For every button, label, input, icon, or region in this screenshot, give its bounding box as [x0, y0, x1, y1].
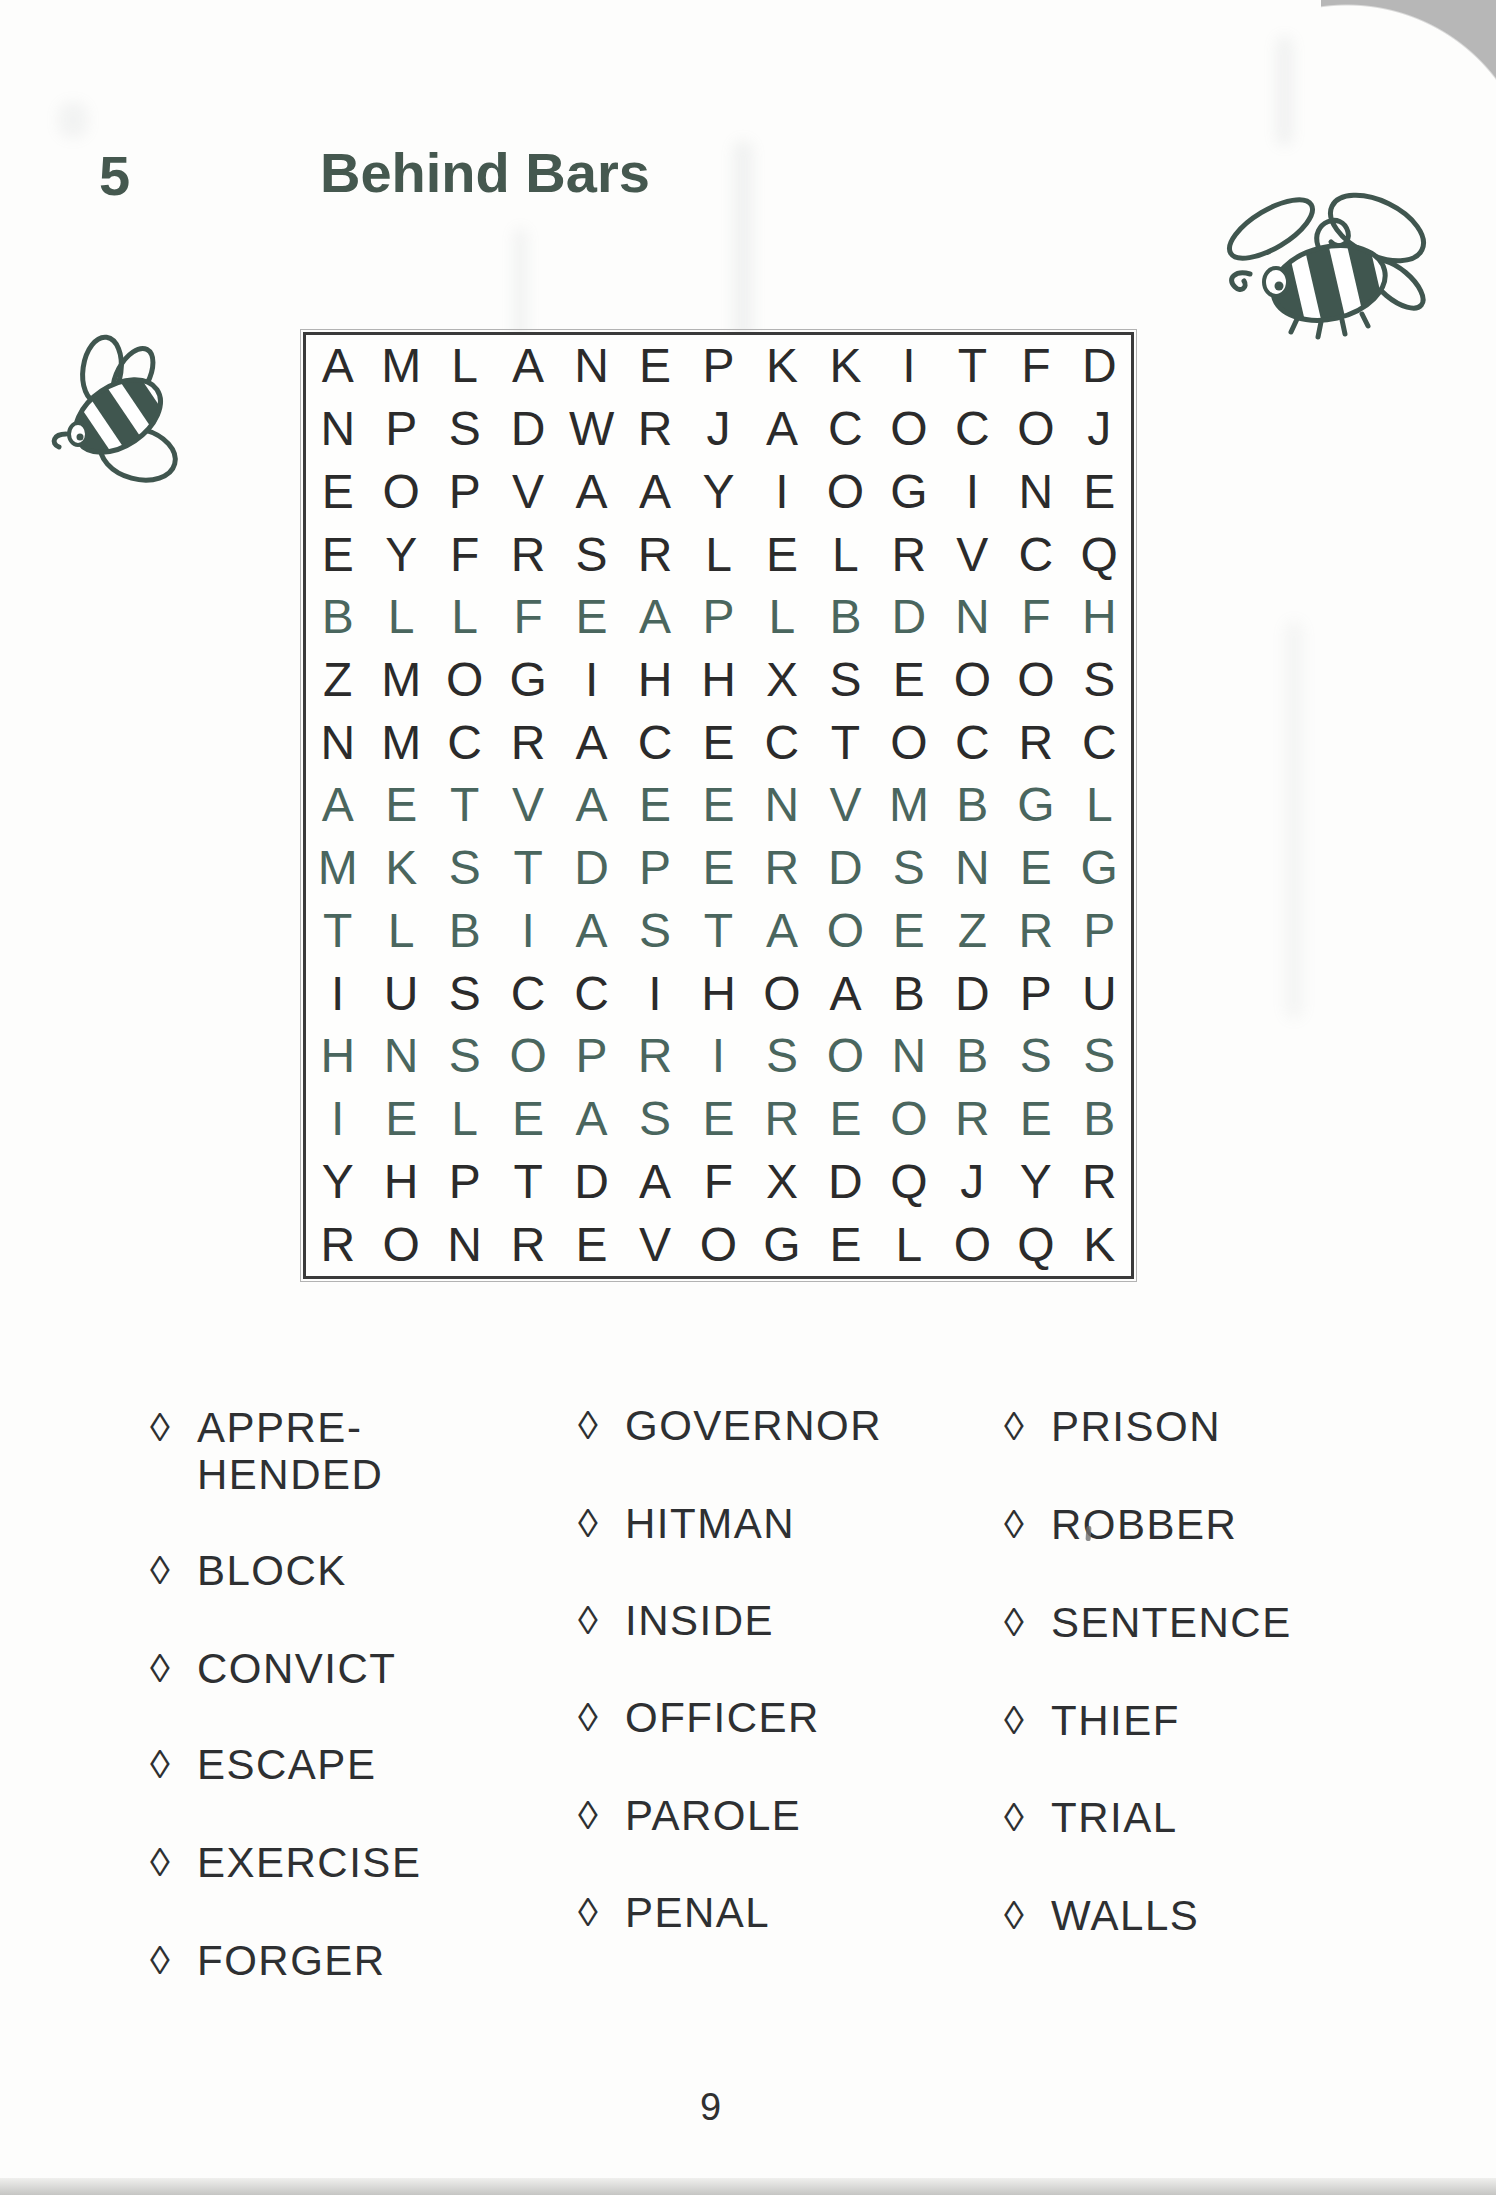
grid-cell: E [687, 711, 750, 774]
grid-cell: N [941, 586, 1004, 649]
word-label: BLOCK [197, 1547, 347, 1594]
word-list-item: ◊GOVERNOR [578, 1402, 882, 1449]
word-label: WALLS [1051, 1892, 1199, 1939]
grid-cell: T [496, 1151, 559, 1214]
scan-streak [58, 102, 88, 138]
bee-pupil [77, 434, 84, 441]
grid-cell: Y [306, 1151, 369, 1214]
grid-cell: M [369, 711, 432, 774]
grid-cell: F [433, 523, 496, 586]
grid-cell: O [750, 962, 813, 1025]
grid-cell: Y [369, 523, 432, 586]
grid-cell: E [814, 1213, 877, 1276]
grid-cell: P [433, 460, 496, 523]
grid-cell: A [560, 1088, 623, 1151]
grid-cell: A [496, 335, 559, 398]
grid-cell: A [814, 962, 877, 1025]
grid-cell: A [750, 900, 813, 963]
grid-cell: H [306, 1025, 369, 1088]
grid-cell: E [1004, 837, 1067, 900]
grid-cell: E [814, 1088, 877, 1151]
grid-cell: S [623, 900, 686, 963]
word-list-item: ◊FORGER [150, 1937, 386, 1984]
grid-cell: T [941, 335, 1004, 398]
grid-cell: N [1004, 460, 1067, 523]
grid-cell: R [623, 1025, 686, 1088]
word-list-item: ◊HITMAN [578, 1500, 795, 1547]
word-list-item: ◊BLOCK [150, 1547, 347, 1594]
grid-cell: V [496, 774, 559, 837]
diamond-bullet-icon: ◊ [1004, 1599, 1051, 1646]
grid-cell: T [496, 837, 559, 900]
word-list-item: ◊TRIAL [1004, 1794, 1178, 1841]
grid-cell: L [433, 1088, 496, 1151]
grid-cell: C [941, 711, 1004, 774]
grid-cell: L [369, 900, 432, 963]
grid-cell: A [623, 1151, 686, 1214]
diamond-bullet-icon: ◊ [150, 1645, 197, 1692]
grid-cell: E [560, 1213, 623, 1276]
grid-cell: M [369, 335, 432, 398]
grid-cell: P [369, 398, 432, 461]
grid-cell: S [623, 1088, 686, 1151]
diamond-bullet-icon: ◊ [578, 1694, 625, 1741]
bee-leg [1362, 314, 1368, 326]
grid-cell: N [369, 1025, 432, 1088]
grid-cell: E [306, 460, 369, 523]
grid-cell: I [306, 962, 369, 1025]
grid-cell: A [560, 460, 623, 523]
grid-cell: O [1004, 649, 1067, 712]
word-search-grid: AMLANEPKKITFDNPSDWRJACOCOJEOPVAAYIOGINEE… [303, 332, 1134, 1279]
page-bottom-edge [0, 2178, 1496, 2195]
grid-cell: P [1068, 900, 1131, 963]
word-list-column-3: ◊PRISON◊ROBBER◊SENTENCE◊THIEF◊TRIAL◊WALL… [1004, 1403, 1444, 1963]
grid-cell: S [433, 1025, 496, 1088]
grid-cell: E [623, 774, 686, 837]
grid-cell: E [623, 335, 686, 398]
scan-streak [1284, 620, 1304, 1020]
grid-cell: L [814, 523, 877, 586]
grid-cell: S [1068, 649, 1131, 712]
grid-cell: G [496, 649, 559, 712]
grid-cell: F [1004, 586, 1067, 649]
diamond-bullet-icon: ◊ [1004, 1501, 1051, 1548]
grid-cell: R [750, 837, 813, 900]
grid-cell: E [369, 774, 432, 837]
grid-cell: E [877, 649, 940, 712]
grid-cell: E [1004, 1088, 1067, 1151]
page-number: 9 [700, 2086, 721, 2129]
grid-cell: H [1068, 586, 1131, 649]
diamond-bullet-icon: ◊ [578, 1792, 625, 1839]
grid-cell: K [1068, 1213, 1131, 1276]
grid-cell: D [560, 1151, 623, 1214]
grid-cell: S [1068, 1025, 1131, 1088]
grid-cell: A [560, 711, 623, 774]
grid-cell: O [687, 1213, 750, 1276]
grid-cell: Q [877, 1151, 940, 1214]
grid-cell: U [1068, 962, 1131, 1025]
grid-cell: A [623, 460, 686, 523]
word-label: FORGER [197, 1937, 386, 1984]
grid-cell: R [623, 523, 686, 586]
word-list-item: ◊WALLS [1004, 1892, 1199, 1939]
grid-cell: D [496, 398, 559, 461]
grid-cell: O [877, 398, 940, 461]
grid-cell: R [1068, 1151, 1131, 1214]
grid-cell: E [306, 523, 369, 586]
grid-cell: I [560, 649, 623, 712]
word-list-item: ◊THIEF [1004, 1697, 1180, 1744]
grid-cell: I [623, 962, 686, 1025]
word-label: CONVICT [197, 1645, 397, 1692]
grid-cell: I [750, 460, 813, 523]
bee-antenna [1232, 273, 1250, 290]
grid-cell: I [306, 1088, 369, 1151]
scan-streak [733, 140, 753, 345]
grid-cell: E [687, 774, 750, 837]
grid-cell: R [750, 1088, 813, 1151]
grid-cell: M [877, 774, 940, 837]
grid-cell: X [750, 649, 813, 712]
bee-eye [1264, 268, 1288, 296]
grid-cell: O [814, 460, 877, 523]
grid-cell: H [623, 649, 686, 712]
diamond-bullet-icon: ◊ [578, 1402, 625, 1449]
grid-cell: D [814, 1151, 877, 1214]
diamond-bullet-icon: ◊ [1004, 1892, 1051, 1939]
grid-cell: G [1004, 774, 1067, 837]
grid-cell: O [941, 1213, 1004, 1276]
grid-cell: F [687, 1151, 750, 1214]
grid-cell: C [750, 711, 813, 774]
grid-cell: R [496, 1213, 559, 1276]
diamond-bullet-icon: ◊ [150, 1741, 197, 1788]
grid-cell: A [750, 398, 813, 461]
grid-cell: C [1004, 523, 1067, 586]
grid-cell: A [560, 774, 623, 837]
word-label: THIEF [1051, 1697, 1180, 1744]
grid-cell: L [369, 586, 432, 649]
grid-cell: S [560, 523, 623, 586]
grid-cell: D [560, 837, 623, 900]
grid-cell: N [877, 1025, 940, 1088]
grid-cell: K [369, 837, 432, 900]
grid-cell: M [306, 837, 369, 900]
bee-antenna [54, 434, 66, 447]
grid-cell: T [687, 900, 750, 963]
grid-cell: P [1004, 962, 1067, 1025]
grid-cell: C [433, 711, 496, 774]
grid-cell: M [369, 649, 432, 712]
word-label: TRIAL [1051, 1794, 1178, 1841]
grid-cell: O [877, 1088, 940, 1151]
grid-cell: S [433, 837, 496, 900]
grid-cell: V [814, 774, 877, 837]
grid-cell: N [941, 837, 1004, 900]
grid-cell: N [306, 398, 369, 461]
grid-cell: G [1068, 837, 1131, 900]
grid-cell: Y [687, 460, 750, 523]
word-list-item: ◊OFFICER [578, 1694, 820, 1741]
word-label: ROBBER [1051, 1501, 1237, 1548]
grid-cell: H [687, 649, 750, 712]
word-list-item: ◊PRISON [1004, 1403, 1221, 1450]
diamond-bullet-icon: ◊ [150, 1547, 197, 1594]
grid-cell: V [941, 523, 1004, 586]
grid-cell: Q [1068, 523, 1131, 586]
word-list-item: ◊SENTENCE [1004, 1599, 1292, 1646]
grid-cell: O [814, 900, 877, 963]
grid-cell: O [496, 1025, 559, 1088]
grid-cell: R [306, 1213, 369, 1276]
grid-cell: B [433, 900, 496, 963]
bee-leg [1318, 322, 1321, 337]
diamond-bullet-icon: ◊ [150, 1937, 197, 1984]
grid-cell: T [306, 900, 369, 963]
grid-cell: E [687, 837, 750, 900]
grid-cell: P [433, 1151, 496, 1214]
grid-cell: E [369, 1088, 432, 1151]
grid-cell: S [814, 649, 877, 712]
grid-cell: I [941, 460, 1004, 523]
grid-cell: C [941, 398, 1004, 461]
grid-cell: K [750, 335, 813, 398]
grid-cell: D [1068, 335, 1131, 398]
grid-cell: I [877, 335, 940, 398]
grid-cell: S [877, 837, 940, 900]
grid-cell: E [877, 900, 940, 963]
grid-cell: S [1004, 1025, 1067, 1088]
grid-cell: R [623, 398, 686, 461]
grid-cell: O [1004, 398, 1067, 461]
word-label: PAROLE [625, 1792, 801, 1839]
grid-cell: P [687, 335, 750, 398]
grid-cell: E [750, 523, 813, 586]
grid-cell: S [750, 1025, 813, 1088]
grid-cell: R [941, 1088, 1004, 1151]
grid-cell: R [496, 523, 559, 586]
bee-illustration [40, 328, 205, 498]
grid-cell: Q [1004, 1213, 1067, 1276]
grid-cell: L [877, 1213, 940, 1276]
grid-cell: O [814, 1025, 877, 1088]
grid-cell: E [496, 1088, 559, 1151]
grid-cell: B [306, 586, 369, 649]
diamond-bullet-icon: ◊ [1004, 1403, 1051, 1450]
grid-cell: O [369, 1213, 432, 1276]
bee-pupil [1275, 282, 1284, 291]
grid-cell: O [941, 649, 1004, 712]
grid-cell: N [750, 774, 813, 837]
grid-cell: B [941, 774, 1004, 837]
word-list-item: ◊INSIDE [578, 1597, 774, 1644]
grid-cell: A [306, 774, 369, 837]
grid-cell: O [433, 649, 496, 712]
grid-cell: I [687, 1025, 750, 1088]
bee-eye [69, 423, 87, 445]
grid-cell: T [433, 774, 496, 837]
grid-cell: L [433, 586, 496, 649]
diamond-bullet-icon: ◊ [150, 1404, 197, 1451]
grid-cell: C [623, 711, 686, 774]
grid-cell: V [496, 460, 559, 523]
word-label: EXERCISE [197, 1839, 421, 1886]
grid-cell: G [877, 460, 940, 523]
diamond-bullet-icon: ◊ [1004, 1697, 1051, 1744]
diamond-bullet-icon: ◊ [1004, 1794, 1051, 1841]
grid-cell: P [560, 1025, 623, 1088]
grid-cell: B [1068, 1088, 1131, 1151]
word-label: PENAL [625, 1889, 770, 1936]
grid-cell: H [687, 962, 750, 1025]
page-title: Behind Bars [320, 145, 650, 201]
diamond-bullet-icon: ◊ [578, 1597, 625, 1644]
grid-cell: R [877, 523, 940, 586]
grid-cell: C [496, 962, 559, 1025]
grid-cell: N [306, 711, 369, 774]
bee-leg [1342, 320, 1345, 334]
grid-cell: D [814, 837, 877, 900]
grid-cell: R [1004, 900, 1067, 963]
scan-streak [1276, 36, 1293, 146]
grid-cell: T [814, 711, 877, 774]
grid-cell: R [496, 711, 559, 774]
grid-cell: H [369, 1151, 432, 1214]
word-list-item: ◊PENAL [578, 1889, 770, 1936]
word-label: INSIDE [625, 1597, 774, 1644]
grid-cell: B [877, 962, 940, 1025]
puzzle-number: 5 [99, 148, 130, 204]
grid-cell: D [941, 962, 1004, 1025]
grid-cell: A [560, 900, 623, 963]
grid-cell: A [306, 335, 369, 398]
grid-cell: W [560, 398, 623, 461]
grid-cell: B [814, 586, 877, 649]
grid-cell: C [1068, 711, 1131, 774]
grid-cell: L [1068, 774, 1131, 837]
grid-cell: G [750, 1213, 813, 1276]
word-label: OFFICER [625, 1694, 820, 1741]
grid-cell: Y [1004, 1151, 1067, 1214]
word-list-column-1: ◊APPRE-HENDED◊BLOCK◊CONVICT◊ESCAPE◊EXERC… [150, 1404, 550, 2004]
word-label: APPRE-HENDED [197, 1404, 383, 1498]
grid-cell: C [814, 398, 877, 461]
grid-cell: N [560, 335, 623, 398]
grid-cell: P [623, 837, 686, 900]
puzzle-page: 5 Behind Bars [0, 0, 1496, 2195]
word-list-item: ◊ROBBER [1004, 1501, 1237, 1548]
grid-cell: N [433, 1213, 496, 1276]
word-list-item: ◊PAROLE [578, 1792, 801, 1839]
word-label: SENTENCE [1051, 1599, 1292, 1646]
grid-cell: E [560, 586, 623, 649]
word-label: GOVERNOR [625, 1402, 882, 1449]
grid-cell: O [369, 460, 432, 523]
diamond-bullet-icon: ◊ [150, 1839, 197, 1886]
grid-cell: P [687, 586, 750, 649]
grid-cell: R [1004, 711, 1067, 774]
bee-illustration [1214, 186, 1449, 341]
word-list-item: ◊ESCAPE [150, 1741, 376, 1788]
word-list-item: ◊APPRE-HENDED [150, 1404, 383, 1498]
word-list-column-2: ◊GOVERNOR◊HITMAN◊INSIDE◊OFFICER◊PAROLE◊P… [578, 1402, 978, 1962]
grid-cell: K [814, 335, 877, 398]
word-label: ESCAPE [197, 1741, 376, 1788]
grid-cell: C [560, 962, 623, 1025]
grid-cell: L [750, 586, 813, 649]
grid-cell: D [877, 586, 940, 649]
word-list-item: ◊EXERCISE [150, 1839, 421, 1886]
grid-cell: L [687, 523, 750, 586]
grid-cell: L [433, 335, 496, 398]
word-label: PRISON [1051, 1403, 1221, 1450]
diamond-bullet-icon: ◊ [578, 1500, 625, 1547]
word-label: HITMAN [625, 1500, 795, 1547]
grid-cell: J [1068, 398, 1131, 461]
page-corner-curl [1321, 0, 1496, 175]
grid-cell: X [750, 1151, 813, 1214]
grid-cell: E [687, 1088, 750, 1151]
grid-cell: S [433, 398, 496, 461]
scan-artifact [1085, 1526, 1091, 1541]
grid-cell: O [877, 711, 940, 774]
grid-cell: J [941, 1151, 1004, 1214]
grid-cell: E [1068, 460, 1131, 523]
grid-cell: Z [306, 649, 369, 712]
grid-cell: F [496, 586, 559, 649]
grid-cell: A [623, 586, 686, 649]
grid-cell: B [941, 1025, 1004, 1088]
grid-cell: U [369, 962, 432, 1025]
grid-cell: F [1004, 335, 1067, 398]
grid-cell: V [623, 1213, 686, 1276]
grid-cell: I [496, 900, 559, 963]
grid-cell: Z [941, 900, 1004, 963]
word-list-item: ◊CONVICT [150, 1645, 397, 1692]
diamond-bullet-icon: ◊ [578, 1889, 625, 1936]
grid-cell: S [433, 962, 496, 1025]
grid-cell: J [687, 398, 750, 461]
